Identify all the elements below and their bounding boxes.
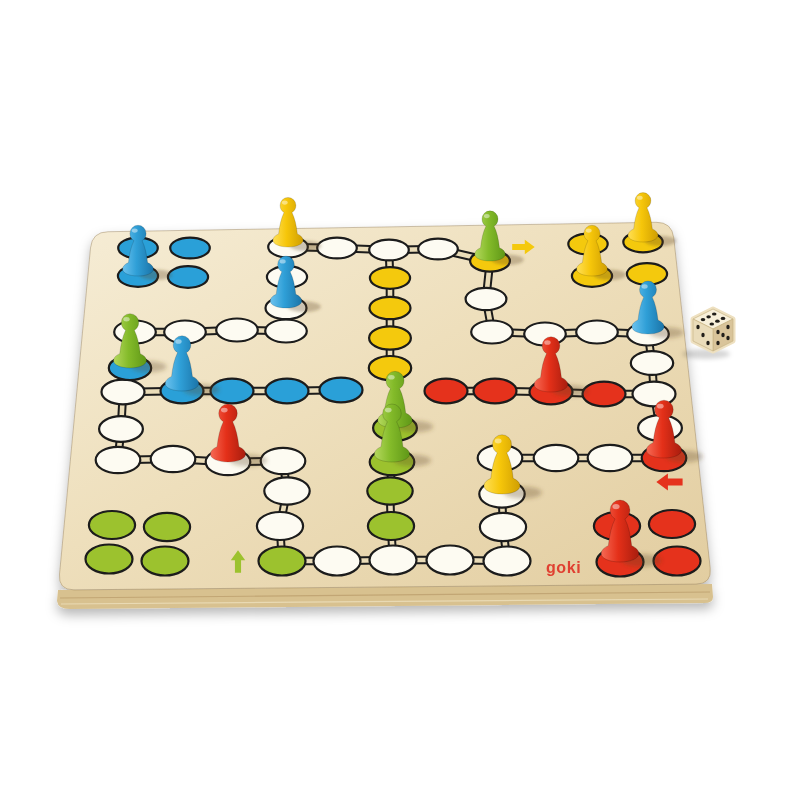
- cell-bg3: [266, 379, 309, 404]
- cell-l19: [484, 547, 531, 576]
- die-pip: [716, 330, 719, 335]
- cell-l9: [576, 321, 618, 344]
- pawn-yellow-1[interactable]: [628, 193, 676, 246]
- cell-l23: [259, 547, 306, 576]
- cell-bh2: [170, 238, 210, 259]
- cell-l36: [265, 320, 307, 343]
- cell-rg3: [474, 379, 517, 404]
- cell-l15: [534, 445, 579, 471]
- cell-l3: [369, 240, 409, 261]
- ludo-board-scene: goki: [0, 0, 800, 800]
- cell-l2: [317, 238, 357, 259]
- cell-rh2: [649, 510, 695, 538]
- cell-bh4: [168, 266, 208, 288]
- goki-logo: goki: [546, 559, 581, 576]
- cell-gg2: [367, 477, 412, 504]
- cell-l18: [480, 513, 526, 541]
- cell-gh3: [86, 545, 133, 574]
- die-pip: [716, 341, 719, 346]
- cell-l6: [466, 288, 507, 310]
- die-pip: [721, 317, 726, 320]
- cell-l10b: [631, 351, 673, 375]
- die-pip: [712, 312, 717, 315]
- cell-l14: [588, 445, 633, 471]
- die-pip: [726, 325, 729, 330]
- cell-gg1: [368, 512, 414, 540]
- cell-yg2: [370, 297, 411, 319]
- cell-bg4: [320, 378, 363, 403]
- cell-l35: [216, 319, 258, 342]
- cell-l25: [264, 477, 309, 504]
- cell-l21: [370, 546, 417, 575]
- cell-l20: [427, 546, 474, 575]
- cell-rg1: [583, 382, 626, 407]
- cell-l30: [99, 416, 143, 442]
- cell-gh4: [142, 547, 189, 576]
- die-pip: [701, 333, 704, 338]
- cell-rg4: [425, 379, 468, 404]
- die-pip: [706, 315, 711, 318]
- cell-l24: [257, 512, 303, 540]
- die-pip: [721, 333, 724, 338]
- cell-l4: [418, 239, 458, 260]
- die-pip: [696, 325, 699, 330]
- cell-l26: [261, 448, 306, 474]
- die-pip: [706, 341, 709, 346]
- cell-gh2: [144, 513, 190, 541]
- die-shadow: [682, 349, 730, 359]
- die-pip: [701, 318, 706, 321]
- die[interactable]: [682, 309, 733, 359]
- die-pip: [715, 320, 720, 323]
- cell-l22: [314, 547, 361, 576]
- die-pip: [726, 336, 729, 341]
- cell-l31: [102, 380, 145, 405]
- pawn-yellow-2[interactable]: [273, 197, 321, 251]
- cell-l7: [471, 321, 513, 344]
- cell-gh1: [89, 511, 135, 539]
- cell-yg3: [369, 326, 411, 349]
- die-pip: [710, 322, 715, 325]
- ludo-product-photo: goki: [0, 0, 800, 800]
- cell-l29: [96, 447, 141, 473]
- cell-l28: [151, 446, 196, 472]
- cell-yg1: [370, 267, 410, 289]
